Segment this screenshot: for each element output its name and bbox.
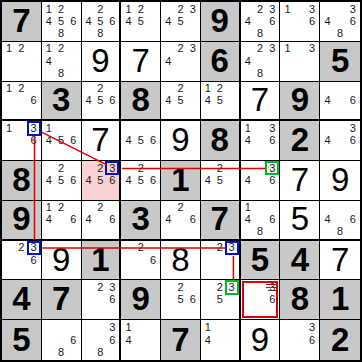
candidate-1: 1 [202, 83, 214, 95]
candidate-2 [135, 122, 147, 134]
cell-r3c2[interactable]: 3 [42, 82, 82, 122]
cell-r7c6[interactable]: 23 [201, 241, 241, 281]
candidate-1 [162, 202, 174, 214]
cell-r6c6[interactable]: 7 [201, 201, 241, 241]
given-digit: 3 [52, 83, 70, 116]
candidate-5 [15, 55, 27, 67]
candidate-9 [67, 226, 79, 238]
cell-r1c9[interactable]: 3468 [320, 2, 360, 42]
candidate-1: 1 [122, 321, 134, 334]
cell-r5c1[interactable]: 8 [2, 161, 42, 201]
cell-r2c5[interactable]: 234 [161, 42, 201, 82]
candidate-3 [67, 321, 79, 334]
candidate-4: 4 [83, 94, 95, 106]
candidate-6: 6 [28, 135, 40, 147]
candidate-8 [174, 306, 186, 318]
candidate-9 [187, 28, 199, 40]
given-digit: 4 [12, 282, 30, 315]
candidate-grid: 246 [162, 202, 199, 238]
candidate-3: 3 [106, 321, 118, 334]
candidate-2: 2 [214, 83, 226, 95]
cell-r7c1[interactable]: 236 [2, 241, 42, 281]
candidate-7 [162, 28, 174, 40]
solved-digit: 9 [331, 163, 349, 196]
candidate-6: 6 [266, 15, 278, 27]
candidate-8 [135, 187, 147, 199]
cell-r5c5[interactable]: 1 [161, 161, 201, 201]
cell-r4c8[interactable]: 2 [280, 121, 320, 161]
candidate-2: 2 [94, 281, 106, 293]
candidate-6: 6 [306, 15, 318, 27]
candidate-4: 4 [242, 55, 254, 67]
candidate-7 [242, 147, 254, 159]
candidate-8 [94, 226, 106, 238]
candidate-8 [254, 187, 266, 199]
cell-r1c4[interactable]: 1245 [121, 2, 161, 42]
candidate-grid: 26 [122, 242, 159, 279]
candidate-grid: 1245 [122, 3, 159, 40]
candidate-4 [281, 55, 293, 67]
candidate-5: 5 [55, 174, 67, 186]
candidate-8 [55, 147, 67, 159]
candidate-2 [254, 202, 266, 214]
candidate-8 [214, 306, 226, 318]
cell-r9c7[interactable]: 9 [241, 320, 281, 360]
candidate-grid: 68 [43, 321, 80, 359]
candidate-5 [94, 334, 106, 347]
candidate-2 [334, 202, 347, 214]
cell-r5c3[interactable]: 23456 [82, 161, 122, 201]
candidate-7 [202, 346, 214, 359]
cell-r3c3[interactable]: 2456 [82, 82, 122, 122]
candidate-8: 8 [334, 28, 347, 40]
cell-r3c1[interactable]: 126 [2, 82, 42, 122]
cell-r6c1[interactable]: 9 [2, 201, 42, 241]
candidate-7 [3, 266, 15, 278]
candidate-3: 3 [106, 162, 118, 174]
candidate-7 [242, 306, 254, 318]
candidate-1 [122, 242, 134, 254]
candidate-5 [294, 15, 306, 27]
cell-r2c8[interactable]: 13 [280, 42, 320, 82]
given-digit: 7 [211, 202, 229, 235]
candidate-5: 5 [135, 135, 147, 147]
candidate-9 [106, 106, 118, 118]
candidate-4: 4 [202, 334, 214, 347]
candidate-6: 6 [67, 174, 79, 186]
candidate-grid: 1245 [202, 83, 238, 119]
candidate-2 [254, 122, 266, 134]
candidate-8 [334, 147, 347, 159]
candidate-1: 1 [43, 43, 55, 55]
cell-r9c4[interactable]: 14 [121, 320, 161, 360]
cell-r9c3[interactable]: 368 [82, 320, 122, 360]
cell-r9c5[interactable]: 7 [161, 320, 201, 360]
candidate-4 [202, 254, 214, 266]
candidate-8 [15, 106, 27, 118]
cell-r4c4[interactable]: 456 [121, 121, 161, 161]
cell-r5c6[interactable]: 245 [201, 161, 241, 201]
candidate-6: 6 [346, 214, 359, 226]
candidate-8 [294, 67, 306, 79]
candidate-4: 4 [162, 55, 174, 67]
candidate-6: 6 [266, 214, 278, 226]
candidate-2: 2 [214, 242, 226, 254]
candidate-9 [28, 106, 40, 118]
candidate-4: 4 [83, 214, 95, 226]
candidate-3 [226, 83, 238, 95]
candidate-1: 1 [3, 83, 15, 95]
cell-r2c7[interactable]: 2348 [241, 42, 281, 82]
candidate-6: 6 [106, 15, 118, 27]
candidate-grid: 2456 [122, 162, 159, 199]
cell-r2c1[interactable]: 12 [2, 42, 42, 82]
cell-r4c7[interactable]: 1346 [241, 121, 281, 161]
cell-r7c5[interactable]: 8 [161, 241, 201, 281]
candidate-6: 6 [147, 135, 159, 147]
candidate-4: 4 [202, 94, 214, 106]
candidate-1 [242, 162, 254, 174]
candidate-8 [135, 266, 147, 278]
candidate-1 [83, 321, 95, 334]
candidate-7 [43, 346, 55, 359]
candidate-7 [202, 106, 214, 118]
candidate-grid: 245 [202, 162, 238, 199]
candidate-9 [67, 28, 79, 40]
cell-r6c9[interactable]: 468 [320, 201, 360, 241]
candidate-7 [281, 346, 293, 359]
candidate-4: 4 [43, 135, 55, 147]
candidate-3: 3 [346, 122, 359, 134]
cell-r3c4[interactable]: 8 [121, 82, 161, 122]
candidate-7 [321, 106, 334, 118]
candidate-6 [28, 55, 40, 67]
candidate-9 [106, 28, 118, 40]
candidate-4: 4 [242, 135, 254, 147]
candidate-grid: 124568 [43, 3, 80, 40]
cell-r7c8[interactable]: 4 [280, 241, 320, 281]
candidate-1 [242, 43, 254, 55]
candidate-9 [226, 106, 238, 118]
cell-r2c2[interactable]: 1248 [42, 42, 82, 82]
candidate-3 [187, 83, 199, 95]
candidate-9 [266, 67, 278, 79]
candidate-7 [3, 147, 15, 159]
cell-r3c6[interactable]: 1245 [201, 82, 241, 122]
cell-r5c8[interactable]: 7 [280, 161, 320, 201]
candidate-7 [202, 306, 214, 318]
cell-r4c3[interactable]: 7 [82, 121, 122, 161]
candidate-6: 6 [266, 294, 278, 306]
candidate-3 [226, 321, 238, 334]
candidate-5 [174, 214, 186, 226]
candidate-grid: 346 [242, 162, 279, 199]
candidate-4: 4 [122, 15, 134, 27]
candidate-2 [15, 122, 27, 134]
candidate-4: 4 [242, 174, 254, 186]
cell-r4c6[interactable]: 8 [201, 121, 241, 161]
candidate-5: 5 [55, 15, 67, 27]
cell-r5c7[interactable]: 346 [241, 161, 281, 201]
candidate-9 [67, 187, 79, 199]
candidate-8 [94, 306, 106, 318]
candidate-4: 4 [122, 135, 134, 147]
cell-r1c2[interactable]: 124568 [42, 2, 82, 42]
candidate-3: 3 [106, 281, 118, 293]
cell-r8c6[interactable]: 235 [201, 280, 241, 320]
candidate-1: 1 [43, 122, 55, 134]
candidate-1: 1 [281, 3, 293, 15]
candidate-grid: 1456 [43, 122, 80, 159]
candidate-grid: 236 [3, 242, 40, 279]
candidate-grid: 3468 [321, 3, 359, 40]
cell-r6c3[interactable]: 246 [82, 201, 122, 241]
candidate-7 [242, 187, 254, 199]
candidate-2 [294, 3, 306, 15]
cell-r8c5[interactable]: 256 [161, 280, 201, 320]
candidate-3 [187, 281, 199, 293]
candidate-7 [242, 67, 254, 79]
candidate-5: 5 [55, 135, 67, 147]
candidate-grid: 14 [202, 321, 238, 359]
candidate-9 [147, 28, 159, 40]
candidate-8 [135, 346, 147, 359]
cell-r1c8[interactable]: 136 [280, 2, 320, 42]
candidate-2: 2 [94, 83, 106, 95]
candidate-2: 2 [174, 281, 186, 293]
given-digit: 9 [211, 4, 229, 37]
candidate-3 [147, 321, 159, 334]
candidate-2 [55, 122, 67, 134]
cell-r1c6[interactable]: 9 [201, 2, 241, 42]
candidate-9 [67, 346, 79, 359]
cell-r4c1[interactable]: 136 [2, 121, 42, 161]
candidate-4 [43, 334, 55, 347]
cell-r8c4[interactable]: 9 [121, 280, 161, 320]
candidate-2: 2 [15, 43, 27, 55]
candidate-grid: 2456 [43, 162, 80, 199]
cell-r3c8[interactable]: 9 [280, 82, 320, 122]
candidate-9 [346, 106, 359, 118]
cell-r2c3[interactable]: 9 [82, 42, 122, 82]
cell-r9c6[interactable]: 14 [201, 320, 241, 360]
candidate-2 [294, 321, 306, 334]
cell-r5c2[interactable]: 2456 [42, 161, 82, 201]
cell-r7c4[interactable]: 26 [121, 241, 161, 281]
candidate-7 [3, 106, 15, 118]
cell-r5c4[interactable]: 2456 [121, 161, 161, 201]
candidate-6: 6 [187, 294, 199, 306]
cell-r7c2[interactable]: 9 [42, 241, 82, 281]
candidate-5: 5 [135, 174, 147, 186]
cell-r9c1[interactable]: 5 [2, 320, 42, 360]
candidate-8 [174, 226, 186, 238]
cell-r7c3[interactable]: 1 [82, 241, 122, 281]
candidate-3: 3 [226, 281, 238, 293]
cell-r8c2[interactable]: 7 [42, 280, 82, 320]
candidate-8 [254, 147, 266, 159]
sudoku-board: 7124568245681245234592346813634681212489… [0, 0, 362, 362]
candidate-2 [334, 3, 347, 15]
candidate-9 [306, 346, 318, 359]
candidate-2: 2 [55, 43, 67, 55]
candidate-3 [147, 3, 159, 15]
cell-r8c9[interactable]: 1 [320, 280, 360, 320]
candidate-7 [202, 187, 214, 199]
cell-r6c2[interactable]: 1246 [42, 201, 82, 241]
candidate-4 [3, 254, 15, 266]
candidate-5 [254, 294, 266, 306]
cell-r1c5[interactable]: 2345 [161, 2, 201, 42]
candidate-1 [321, 202, 334, 214]
candidate-3: 3 [266, 43, 278, 55]
candidate-1: 1 [43, 3, 55, 15]
candidate-grid: 13 [281, 43, 318, 80]
cell-r1c1[interactable]: 7 [2, 2, 42, 42]
candidate-grid: 245 [162, 83, 199, 119]
cell-r2c9[interactable]: 5 [320, 42, 360, 82]
candidate-grid: 24568 [83, 3, 119, 40]
cell-r8c7[interactable]: 36 [241, 280, 281, 320]
candidate-9 [106, 306, 118, 318]
candidate-2: 2 [254, 3, 266, 15]
candidate-7 [43, 226, 55, 238]
candidate-2: 2 [55, 3, 67, 15]
candidate-2 [94, 321, 106, 334]
cell-r7c7[interactable]: 5 [241, 241, 281, 281]
cell-r5c9[interactable]: 9 [320, 161, 360, 201]
sudoku-board-wrap: 7124568245681245234592346813634681212489… [0, 0, 362, 362]
given-digit: 7 [12, 4, 30, 37]
candidate-3 [147, 122, 159, 134]
given-digit: 9 [132, 282, 150, 315]
cell-r8c3[interactable]: 236 [82, 280, 122, 320]
cell-r4c2[interactable]: 1456 [42, 121, 82, 161]
cell-r6c7[interactable]: 1468 [241, 201, 281, 241]
candidate-4 [3, 55, 15, 67]
cell-r3c7[interactable]: 7 [241, 82, 281, 122]
candidate-5 [214, 254, 226, 266]
cell-r8c1[interactable]: 4 [2, 280, 42, 320]
candidate-8 [174, 28, 186, 40]
cell-r4c9[interactable]: 346 [320, 121, 360, 161]
cell-r4c5[interactable]: 9 [161, 121, 201, 161]
given-digit: 7 [171, 323, 189, 356]
candidate-6: 6 [106, 174, 118, 186]
candidate-6 [226, 294, 238, 306]
cell-r1c3[interactable]: 24568 [82, 2, 122, 42]
candidate-3: 3 [187, 3, 199, 15]
candidate-7 [43, 187, 55, 199]
cell-r3c5[interactable]: 245 [161, 82, 201, 122]
candidate-grid: 23468 [242, 3, 279, 40]
cell-r8c8[interactable]: 8 [280, 280, 320, 320]
candidate-1 [83, 162, 95, 174]
candidate-9 [346, 147, 359, 159]
candidate-9 [187, 67, 199, 79]
candidate-9 [28, 266, 40, 278]
candidate-8: 8 [254, 28, 266, 40]
candidate-4: 4 [321, 214, 334, 226]
cell-r9c9[interactable]: 2 [320, 320, 360, 360]
candidate-6: 6 [346, 135, 359, 147]
given-digit: 8 [291, 282, 309, 315]
cell-r1c7[interactable]: 23468 [241, 2, 281, 42]
candidate-5 [294, 334, 306, 347]
candidate-2 [214, 321, 226, 334]
candidate-4: 4 [321, 135, 334, 147]
candidate-9 [346, 226, 359, 238]
candidate-7 [242, 28, 254, 40]
candidate-grid: 456 [122, 122, 159, 159]
candidate-1: 1 [3, 43, 15, 55]
candidate-5 [15, 135, 27, 147]
candidate-7 [83, 226, 95, 238]
candidate-9 [106, 187, 118, 199]
candidate-5 [94, 294, 106, 306]
cell-r2c4[interactable]: 7 [121, 42, 161, 82]
candidate-2 [254, 281, 266, 293]
candidate-8 [15, 147, 27, 159]
candidate-7 [162, 306, 174, 318]
candidate-7 [83, 28, 95, 40]
candidate-6: 6 [187, 214, 199, 226]
candidate-1 [43, 321, 55, 334]
candidate-4: 4 [202, 174, 214, 186]
candidate-7 [43, 28, 55, 40]
candidate-1 [43, 162, 55, 174]
candidate-4 [83, 334, 95, 347]
solved-digit: 7 [331, 243, 349, 276]
solved-digit: 7 [291, 163, 309, 196]
candidate-8 [174, 106, 186, 118]
candidate-1: 1 [43, 202, 55, 214]
candidate-4: 4 [83, 15, 95, 27]
cell-r6c4[interactable]: 3 [121, 201, 161, 241]
candidate-3 [28, 83, 40, 95]
candidate-5 [55, 214, 67, 226]
candidate-7 [162, 226, 174, 238]
candidate-grid: 23456 [83, 162, 119, 199]
candidate-7 [43, 67, 55, 79]
candidate-5: 5 [174, 294, 186, 306]
candidate-6 [67, 55, 79, 67]
candidate-3 [187, 202, 199, 214]
candidate-7 [43, 147, 55, 159]
candidate-5: 5 [94, 174, 106, 186]
candidate-9 [306, 67, 318, 79]
candidate-2: 2 [214, 162, 226, 174]
cell-r9c8[interactable]: 36 [280, 320, 320, 360]
candidate-4: 4 [242, 214, 254, 226]
candidate-5: 5 [214, 294, 226, 306]
candidate-grid: 36 [281, 321, 318, 359]
cell-r3c9[interactable]: 46 [320, 82, 360, 122]
given-digit: 7 [52, 282, 70, 315]
candidate-6 [226, 334, 238, 347]
candidate-2: 2 [94, 3, 106, 15]
cell-r6c8[interactable]: 5 [280, 201, 320, 241]
candidate-8 [334, 106, 347, 118]
given-digit: 5 [331, 44, 349, 77]
candidate-2: 2 [135, 162, 147, 174]
cell-r7c9[interactable]: 7 [320, 241, 360, 281]
cell-r6c5[interactable]: 246 [161, 201, 201, 241]
cell-r2c6[interactable]: 6 [201, 42, 241, 82]
candidate-6: 6 [67, 15, 79, 27]
candidate-9 [226, 346, 238, 359]
cell-r9c2[interactable]: 68 [42, 320, 82, 360]
